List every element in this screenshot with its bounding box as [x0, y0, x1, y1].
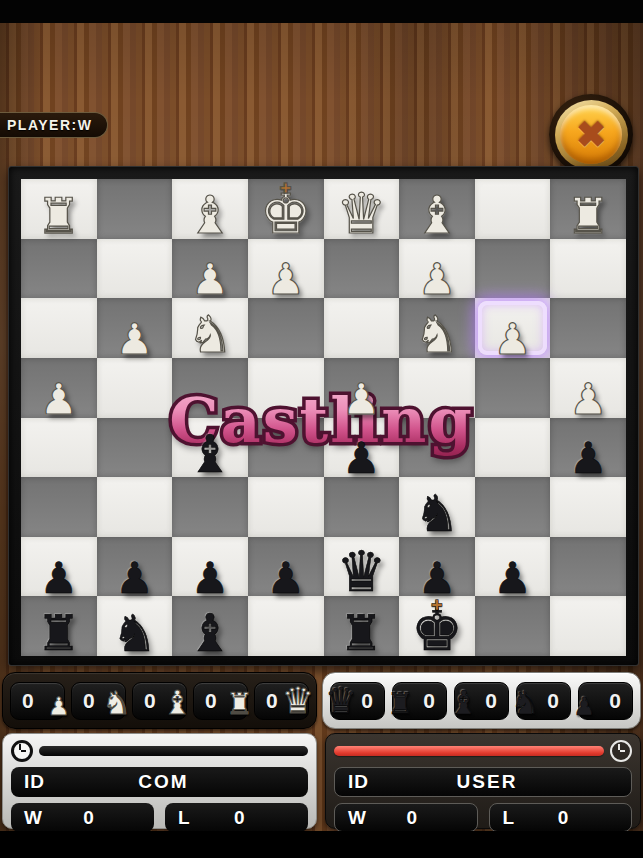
square-f6[interactable]	[172, 477, 248, 537]
capture-count: 0	[423, 689, 435, 713]
square-b6[interactable]	[475, 477, 551, 537]
white-pawn-piece[interactable]: ♟	[115, 319, 154, 360]
capture-count-badge: 0♞	[516, 682, 571, 720]
square-h1[interactable]: ♜	[21, 179, 97, 239]
white-queen-icon: ♛	[282, 683, 314, 719]
app-screen: PLAYER:W ✖ ♜♝♚✚♛♝♜♟♟♟♟♞♞♟♟♟♟♝♟♟♞♟♟♟♟♛♟♟♜…	[0, 0, 643, 858]
square-b3[interactable]: ♟	[475, 298, 551, 358]
close-button-face: ✖	[560, 105, 622, 164]
capture-count-badge: 0♜	[392, 682, 447, 720]
user-timer-bar	[334, 746, 604, 756]
square-h3[interactable]	[21, 298, 97, 358]
square-e7[interactable]: ♟	[248, 537, 324, 597]
black-pawn-piece[interactable]: ♟	[191, 558, 230, 599]
com-name: COM	[45, 771, 308, 793]
white-bishop-piece[interactable]: ♝	[414, 191, 461, 240]
castling-banner: Castling Castling	[0, 390, 643, 452]
square-d3[interactable]	[324, 298, 400, 358]
white-bishop-piece[interactable]: ♝	[187, 191, 234, 240]
white-pawn-piece[interactable]: ♟	[342, 379, 381, 420]
square-h2[interactable]	[21, 239, 97, 299]
white-knight-piece[interactable]: ♞	[414, 311, 460, 359]
square-f3[interactable]: ♞	[172, 298, 248, 358]
square-a2[interactable]	[550, 239, 626, 299]
square-c2[interactable]: ♟	[399, 239, 475, 299]
top-black-strip	[0, 0, 643, 23]
capture-count: 0	[144, 689, 156, 713]
black-queen-piece[interactable]: ♛	[336, 545, 386, 598]
black-king-piece[interactable]: ♚✚	[411, 603, 463, 658]
square-c7[interactable]: ♟	[399, 537, 475, 597]
capture-count: 0	[547, 689, 559, 713]
square-h7[interactable]: ♟	[21, 537, 97, 597]
close-button-ring: ✖	[555, 100, 628, 170]
square-b2[interactable]	[475, 239, 551, 299]
com-id-label: ID	[24, 771, 45, 793]
square-b1[interactable]	[475, 179, 551, 239]
square-g7[interactable]: ♟	[97, 537, 173, 597]
black-rook-icon: ♜	[387, 689, 414, 719]
white-king-piece[interactable]: ♚✚	[260, 186, 312, 241]
white-pawn-piece[interactable]: ♟	[266, 259, 305, 300]
black-rook-piece[interactable]: ♜	[339, 611, 383, 658]
square-g1[interactable]	[97, 179, 173, 239]
black-bishop-piece[interactable]: ♝	[187, 430, 234, 479]
square-e8[interactable]	[248, 596, 324, 656]
square-h6[interactable]	[21, 477, 97, 537]
square-a6[interactable]	[550, 477, 626, 537]
black-pawn-piece[interactable]: ♟	[266, 558, 305, 599]
capture-count-badge: 0♝	[132, 682, 187, 720]
bottom-black-strip	[0, 831, 643, 858]
square-b8[interactable]	[475, 596, 551, 656]
king-cross-icon: ✚	[280, 181, 292, 195]
capture-count-badge: 0♛	[254, 682, 309, 720]
black-pawn-icon: ♟	[573, 694, 595, 719]
user-id-label: ID	[348, 771, 369, 793]
user-record-row: W 0 L 0	[334, 803, 632, 832]
close-icon: ✖	[576, 117, 606, 153]
user-timer-row	[334, 740, 632, 762]
square-c8[interactable]: ♚✚	[399, 596, 475, 656]
square-e6[interactable]	[248, 477, 324, 537]
user-panel: ID USER W 0 L 0	[325, 733, 641, 829]
black-pawn-piece[interactable]: ♟	[493, 558, 532, 599]
com-losses-value: 0	[191, 807, 308, 829]
com-wins-value: 0	[43, 807, 154, 829]
capture-count: 0	[83, 689, 95, 713]
square-g8[interactable]: ♞	[97, 596, 173, 656]
square-f8[interactable]: ♝	[172, 596, 248, 656]
white-pawn-piece[interactable]: ♟	[191, 259, 230, 300]
com-timer-row	[11, 740, 308, 762]
square-d2[interactable]	[324, 239, 400, 299]
user-id-box: ID USER	[334, 767, 632, 797]
white-rook-icon: ♜	[226, 689, 253, 719]
white-bishop-icon: ♝	[162, 686, 192, 719]
white-pawn-piece[interactable]: ♟	[40, 379, 79, 420]
square-f2[interactable]: ♟	[172, 239, 248, 299]
square-d1[interactable]: ♛	[324, 179, 400, 239]
close-button[interactable]: ✖	[549, 94, 633, 175]
com-losses-box: L 0	[165, 803, 308, 832]
square-c6[interactable]: ♞	[399, 477, 475, 537]
com-panel: ID COM W 0 L 0	[2, 733, 317, 829]
white-rook-piece[interactable]: ♜	[37, 194, 81, 241]
com-wins-label: W	[24, 807, 43, 829]
black-pawn-piece[interactable]: ♟	[40, 558, 79, 599]
capture-count-badge: 0♝	[454, 682, 509, 720]
capture-count: 0	[266, 689, 278, 713]
user-name: USER	[369, 771, 631, 793]
user-losses-label: L	[503, 807, 516, 829]
square-d8[interactable]: ♜	[324, 596, 400, 656]
capture-count: 0	[609, 689, 621, 713]
white-knight-piece[interactable]: ♞	[187, 311, 233, 359]
black-knight-piece[interactable]: ♞	[112, 610, 158, 658]
square-d6[interactable]	[324, 477, 400, 537]
captured-black-pieces-tray: 0♛0♜0♝0♞0♟	[322, 672, 641, 729]
com-wins-box: W 0	[11, 803, 154, 832]
player-turn-badge: PLAYER:W	[0, 112, 108, 138]
clock-icon	[11, 740, 33, 762]
white-knight-icon: ♞	[102, 687, 131, 719]
white-rook-piece[interactable]: ♜	[566, 194, 610, 241]
black-bishop-piece[interactable]: ♝	[187, 609, 234, 658]
capture-count-badge: 0♜	[193, 682, 248, 720]
captured-white-pieces-tray: 0♟0♞0♝0♜0♛	[2, 672, 317, 729]
capture-count-badge: 0♟	[10, 682, 65, 720]
square-g3[interactable]: ♟	[97, 298, 173, 358]
user-losses-value: 0	[515, 807, 631, 829]
square-a8[interactable]	[550, 596, 626, 656]
capture-count-badge: 0♛	[330, 682, 385, 720]
user-wins-box: W 0	[334, 803, 478, 832]
black-pawn-piece[interactable]: ♟	[342, 438, 381, 479]
black-queen-icon: ♛	[325, 683, 357, 719]
black-pawn-piece[interactable]: ♟	[115, 558, 154, 599]
black-rook-piece[interactable]: ♜	[37, 611, 81, 658]
capture-count: 0	[361, 689, 373, 713]
capture-count: 0	[22, 689, 34, 713]
black-pawn-piece[interactable]: ♟	[569, 438, 608, 479]
square-g6[interactable]	[97, 477, 173, 537]
capture-count-badge: 0♞	[71, 682, 126, 720]
com-record-row: W 0 L 0	[11, 803, 308, 832]
capture-count: 0	[205, 689, 217, 713]
square-d7[interactable]: ♛	[324, 537, 400, 597]
com-losses-label: L	[178, 807, 191, 829]
square-g2[interactable]	[97, 239, 173, 299]
white-pawn-piece[interactable]: ♟	[418, 259, 457, 300]
square-c1[interactable]: ♝	[399, 179, 475, 239]
white-queen-piece[interactable]: ♛	[336, 187, 386, 240]
black-knight-piece[interactable]: ♞	[414, 490, 460, 538]
user-wins-value: 0	[367, 807, 477, 829]
capture-count-badge: 0♟	[578, 682, 633, 720]
black-bishop-icon: ♝	[449, 686, 479, 719]
black-knight-icon: ♞	[511, 687, 540, 719]
square-f7[interactable]: ♟	[172, 537, 248, 597]
square-e2[interactable]: ♟	[248, 239, 324, 299]
square-a7[interactable]	[550, 537, 626, 597]
square-a3[interactable]	[550, 298, 626, 358]
com-timer-bar	[39, 746, 308, 756]
white-pawn-piece[interactable]: ♟	[493, 319, 532, 360]
com-id-box: ID COM	[11, 767, 308, 797]
white-pawn-icon: ♟	[48, 694, 70, 719]
square-f1[interactable]: ♝	[172, 179, 248, 239]
king-cross-icon: ✚	[431, 598, 443, 612]
user-wins-label: W	[348, 807, 367, 829]
black-pawn-piece[interactable]: ♟	[418, 558, 457, 599]
square-b7[interactable]: ♟	[475, 537, 551, 597]
square-a1[interactable]: ♜	[550, 179, 626, 239]
clock-icon	[610, 740, 632, 762]
square-h8[interactable]: ♜	[21, 596, 97, 656]
user-losses-box: L 0	[489, 803, 633, 832]
square-e1[interactable]: ♚✚	[248, 179, 324, 239]
capture-count: 0	[485, 689, 497, 713]
square-e3[interactable]	[248, 298, 324, 358]
square-c3[interactable]: ♞	[399, 298, 475, 358]
white-pawn-piece[interactable]: ♟	[569, 379, 608, 420]
